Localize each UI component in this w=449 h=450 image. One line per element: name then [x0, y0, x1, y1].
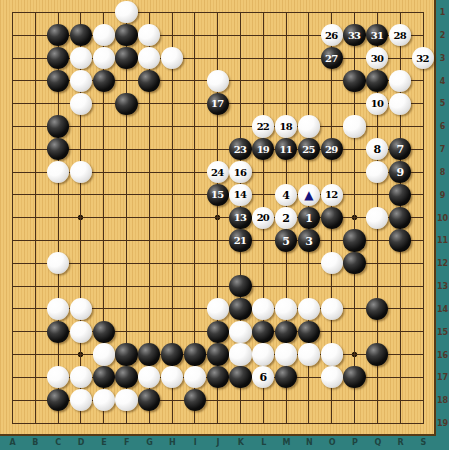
intersection[interactable]: 27 — [320, 47, 343, 70]
intersection[interactable] — [138, 47, 161, 70]
intersection[interactable] — [24, 229, 47, 252]
stone-black[interactable] — [229, 366, 251, 388]
intersection[interactable] — [366, 389, 389, 412]
intersection[interactable] — [69, 275, 92, 298]
intersection[interactable] — [115, 69, 138, 92]
intersection[interactable] — [389, 320, 412, 343]
intersection[interactable] — [138, 161, 161, 184]
intersection[interactable] — [161, 343, 184, 366]
intersection[interactable] — [115, 366, 138, 389]
intersection[interactable] — [184, 47, 207, 70]
intersection[interactable] — [275, 24, 298, 47]
intersection[interactable] — [184, 389, 207, 412]
intersection[interactable] — [412, 69, 435, 92]
intersection[interactable] — [92, 161, 115, 184]
intersection[interactable] — [184, 343, 207, 366]
intersection[interactable] — [252, 389, 275, 412]
intersection[interactable] — [389, 47, 412, 70]
intersection[interactable] — [24, 184, 47, 207]
intersection[interactable] — [389, 389, 412, 412]
intersection[interactable] — [69, 389, 92, 412]
stone-white[interactable] — [389, 70, 411, 92]
intersection[interactable] — [24, 115, 47, 138]
intersection[interactable] — [298, 343, 321, 366]
stone-black[interactable] — [229, 275, 251, 297]
intersection[interactable] — [320, 412, 343, 435]
stone-black[interactable] — [138, 343, 160, 365]
intersection[interactable] — [412, 366, 435, 389]
intersection[interactable] — [275, 252, 298, 275]
intersection[interactable] — [412, 252, 435, 275]
intersection[interactable] — [184, 320, 207, 343]
intersection[interactable] — [298, 366, 321, 389]
stone-black[interactable] — [115, 47, 137, 69]
intersection[interactable] — [252, 412, 275, 435]
stone-black[interactable]: 5 — [275, 229, 297, 251]
intersection[interactable] — [229, 298, 252, 321]
intersection[interactable] — [412, 389, 435, 412]
stone-white[interactable] — [93, 389, 115, 411]
intersection[interactable] — [69, 252, 92, 275]
intersection[interactable] — [47, 366, 70, 389]
intersection[interactable] — [229, 1, 252, 24]
intersection[interactable] — [24, 92, 47, 115]
stone-black[interactable] — [275, 366, 297, 388]
intersection[interactable] — [206, 412, 229, 435]
stone-white[interactable] — [184, 366, 206, 388]
intersection[interactable] — [69, 366, 92, 389]
intersection[interactable] — [47, 412, 70, 435]
intersection[interactable] — [92, 229, 115, 252]
intersection[interactable] — [184, 252, 207, 275]
intersection[interactable] — [412, 320, 435, 343]
intersection[interactable] — [206, 206, 229, 229]
stone-white[interactable] — [298, 115, 320, 137]
intersection[interactable] — [1, 69, 24, 92]
intersection[interactable] — [138, 138, 161, 161]
intersection[interactable] — [206, 343, 229, 366]
intersection[interactable] — [343, 389, 366, 412]
intersection[interactable]: 25 — [298, 138, 321, 161]
intersection[interactable] — [184, 24, 207, 47]
intersection[interactable]: 7 — [389, 138, 412, 161]
stone-black[interactable]: 15 — [207, 184, 229, 206]
intersection[interactable] — [275, 1, 298, 24]
stone-black[interactable]: 9 — [389, 161, 411, 183]
intersection[interactable] — [320, 298, 343, 321]
intersection[interactable] — [229, 92, 252, 115]
intersection[interactable] — [343, 343, 366, 366]
intersection[interactable] — [320, 115, 343, 138]
intersection[interactable] — [92, 298, 115, 321]
stone-white[interactable] — [47, 161, 69, 183]
intersection[interactable] — [69, 92, 92, 115]
intersection[interactable] — [1, 389, 24, 412]
intersection[interactable]: 2 — [275, 206, 298, 229]
stone-white[interactable] — [161, 47, 183, 69]
intersection[interactable] — [412, 115, 435, 138]
intersection[interactable] — [24, 252, 47, 275]
intersection[interactable] — [24, 138, 47, 161]
intersection[interactable] — [161, 252, 184, 275]
intersection[interactable] — [298, 47, 321, 70]
intersection[interactable] — [412, 24, 435, 47]
intersection[interactable] — [389, 412, 412, 435]
intersection[interactable]: 22 — [252, 115, 275, 138]
intersection[interactable] — [343, 412, 366, 435]
intersection[interactable] — [366, 412, 389, 435]
intersection[interactable] — [161, 412, 184, 435]
intersection[interactable] — [115, 24, 138, 47]
intersection[interactable] — [389, 252, 412, 275]
intersection[interactable] — [320, 275, 343, 298]
intersection[interactable] — [161, 161, 184, 184]
intersection[interactable] — [366, 184, 389, 207]
intersection[interactable] — [1, 161, 24, 184]
intersection[interactable] — [366, 343, 389, 366]
intersection[interactable] — [298, 320, 321, 343]
stone-white[interactable] — [138, 47, 160, 69]
stone-black[interactable]: 33 — [343, 24, 365, 46]
intersection[interactable] — [138, 389, 161, 412]
intersection[interactable] — [69, 412, 92, 435]
intersection[interactable]: 32 — [412, 47, 435, 70]
intersection[interactable] — [115, 389, 138, 412]
stone-black[interactable] — [93, 321, 115, 343]
intersection[interactable] — [298, 298, 321, 321]
intersection[interactable] — [138, 366, 161, 389]
intersection[interactable] — [366, 69, 389, 92]
intersection[interactable] — [161, 366, 184, 389]
intersection[interactable] — [206, 298, 229, 321]
intersection[interactable] — [343, 161, 366, 184]
intersection[interactable] — [206, 320, 229, 343]
intersection[interactable] — [343, 47, 366, 70]
intersection[interactable] — [138, 275, 161, 298]
intersection[interactable]: 4 — [275, 184, 298, 207]
intersection[interactable] — [161, 115, 184, 138]
stone-white[interactable] — [207, 70, 229, 92]
intersection[interactable] — [138, 92, 161, 115]
stone-black[interactable] — [47, 389, 69, 411]
intersection[interactable] — [275, 389, 298, 412]
intersection[interactable] — [47, 115, 70, 138]
intersection[interactable] — [298, 389, 321, 412]
stone-white[interactable] — [70, 161, 92, 183]
intersection[interactable]: 29 — [320, 138, 343, 161]
intersection[interactable] — [366, 1, 389, 24]
intersection[interactable]: 24 — [206, 161, 229, 184]
intersection[interactable] — [343, 229, 366, 252]
intersection[interactable]: 30 — [366, 47, 389, 70]
stone-white[interactable] — [389, 93, 411, 115]
intersection[interactable] — [115, 412, 138, 435]
intersection[interactable] — [252, 184, 275, 207]
intersection[interactable] — [412, 343, 435, 366]
intersection[interactable] — [1, 92, 24, 115]
intersection[interactable] — [206, 115, 229, 138]
stone-white[interactable] — [70, 93, 92, 115]
intersection[interactable] — [184, 92, 207, 115]
intersection[interactable]: 28 — [389, 24, 412, 47]
intersection[interactable] — [92, 69, 115, 92]
stone-black[interactable]: 19 — [252, 138, 274, 160]
intersection[interactable] — [252, 1, 275, 24]
intersection[interactable] — [298, 412, 321, 435]
intersection[interactable] — [275, 47, 298, 70]
stone-white[interactable] — [138, 24, 160, 46]
intersection[interactable]: 11 — [275, 138, 298, 161]
stone-white[interactable]: 12 — [321, 184, 343, 206]
stone-black[interactable]: 25 — [298, 138, 320, 160]
stone-black[interactable] — [229, 298, 251, 320]
intersection[interactable] — [275, 343, 298, 366]
intersection[interactable]: 16 — [229, 161, 252, 184]
stone-black[interactable] — [343, 229, 365, 251]
intersection[interactable] — [47, 389, 70, 412]
intersection[interactable] — [343, 92, 366, 115]
stone-black[interactable]: 21 — [229, 229, 251, 251]
intersection[interactable] — [366, 366, 389, 389]
intersection[interactable] — [47, 69, 70, 92]
intersection[interactable] — [184, 1, 207, 24]
intersection[interactable]: 19 — [252, 138, 275, 161]
intersection[interactable] — [92, 138, 115, 161]
intersection[interactable] — [298, 115, 321, 138]
stone-black[interactable] — [252, 321, 274, 343]
stone-white[interactable] — [115, 1, 137, 23]
stone-white[interactable]: ▲ — [298, 184, 320, 206]
intersection[interactable] — [24, 69, 47, 92]
intersection[interactable] — [47, 206, 70, 229]
intersection[interactable] — [161, 138, 184, 161]
intersection[interactable] — [92, 389, 115, 412]
intersection[interactable] — [69, 184, 92, 207]
intersection[interactable] — [229, 412, 252, 435]
stone-black[interactable] — [184, 389, 206, 411]
stone-black[interactable]: 23 — [229, 138, 251, 160]
intersection[interactable] — [320, 343, 343, 366]
stone-black[interactable]: 11 — [275, 138, 297, 160]
stone-black[interactable] — [138, 70, 160, 92]
intersection[interactable] — [69, 138, 92, 161]
intersection[interactable] — [366, 161, 389, 184]
intersection[interactable] — [229, 389, 252, 412]
intersection[interactable] — [298, 252, 321, 275]
stone-black[interactable] — [343, 252, 365, 274]
intersection[interactable]: 10 — [366, 92, 389, 115]
intersection[interactable] — [366, 320, 389, 343]
intersection[interactable] — [366, 206, 389, 229]
intersection[interactable] — [206, 1, 229, 24]
intersection[interactable] — [115, 275, 138, 298]
stone-black[interactable]: 29 — [321, 138, 343, 160]
intersection[interactable] — [206, 275, 229, 298]
intersection[interactable] — [389, 69, 412, 92]
stone-black[interactable] — [93, 70, 115, 92]
intersection[interactable] — [1, 275, 24, 298]
intersection[interactable] — [161, 47, 184, 70]
stone-white[interactable] — [275, 343, 297, 365]
intersection[interactable] — [115, 320, 138, 343]
stone-white[interactable] — [366, 161, 388, 183]
intersection[interactable] — [389, 206, 412, 229]
intersection[interactable] — [412, 275, 435, 298]
intersection[interactable] — [47, 161, 70, 184]
intersection[interactable] — [1, 366, 24, 389]
intersection[interactable] — [1, 47, 24, 70]
intersection[interactable] — [24, 298, 47, 321]
stone-white[interactable]: 30 — [366, 47, 388, 69]
intersection[interactable] — [412, 1, 435, 24]
stone-black[interactable] — [343, 366, 365, 388]
intersection[interactable] — [343, 138, 366, 161]
intersection[interactable] — [389, 1, 412, 24]
stone-white[interactable]: 32 — [412, 47, 434, 69]
intersection[interactable] — [138, 343, 161, 366]
intersection[interactable] — [115, 252, 138, 275]
intersection[interactable] — [92, 206, 115, 229]
stone-black[interactable] — [115, 343, 137, 365]
intersection[interactable]: 8 — [366, 138, 389, 161]
intersection[interactable] — [320, 92, 343, 115]
intersection[interactable] — [298, 275, 321, 298]
intersection[interactable] — [138, 184, 161, 207]
intersection[interactable] — [1, 320, 24, 343]
stone-white[interactable] — [93, 343, 115, 365]
intersection[interactable] — [161, 69, 184, 92]
stone-black[interactable] — [184, 343, 206, 365]
intersection[interactable] — [69, 229, 92, 252]
intersection[interactable] — [69, 115, 92, 138]
intersection[interactable] — [206, 229, 229, 252]
intersection[interactable] — [252, 298, 275, 321]
intersection[interactable] — [69, 24, 92, 47]
intersection[interactable] — [206, 69, 229, 92]
intersection[interactable] — [229, 275, 252, 298]
intersection[interactable] — [343, 366, 366, 389]
stone-white[interactable] — [321, 252, 343, 274]
intersection[interactable] — [389, 229, 412, 252]
intersection[interactable] — [138, 298, 161, 321]
intersection[interactable] — [343, 206, 366, 229]
intersection[interactable] — [343, 115, 366, 138]
intersection[interactable] — [366, 115, 389, 138]
intersection[interactable]: 26 — [320, 24, 343, 47]
stone-white[interactable]: 18 — [275, 115, 297, 137]
intersection[interactable] — [389, 343, 412, 366]
intersection[interactable] — [161, 1, 184, 24]
stone-black[interactable]: 13 — [229, 207, 251, 229]
stone-black[interactable] — [47, 321, 69, 343]
intersection[interactable] — [229, 366, 252, 389]
intersection[interactable] — [24, 389, 47, 412]
intersection[interactable] — [1, 184, 24, 207]
intersection[interactable]: 33 — [343, 24, 366, 47]
stone-white[interactable] — [321, 366, 343, 388]
intersection[interactable] — [92, 412, 115, 435]
stone-black[interactable] — [93, 366, 115, 388]
stone-black[interactable] — [389, 207, 411, 229]
intersection[interactable] — [69, 161, 92, 184]
intersection[interactable] — [229, 252, 252, 275]
intersection[interactable]: 21 — [229, 229, 252, 252]
stone-white[interactable]: 24 — [207, 161, 229, 183]
stone-white[interactable] — [115, 389, 137, 411]
intersection[interactable]: 13 — [229, 206, 252, 229]
intersection[interactable] — [389, 298, 412, 321]
stone-black[interactable] — [389, 184, 411, 206]
intersection[interactable] — [69, 69, 92, 92]
intersection[interactable] — [412, 412, 435, 435]
stone-black[interactable] — [207, 343, 229, 365]
intersection[interactable] — [229, 24, 252, 47]
intersection[interactable] — [184, 412, 207, 435]
stone-black[interactable] — [298, 321, 320, 343]
stone-black[interactable] — [47, 138, 69, 160]
intersection[interactable] — [275, 320, 298, 343]
intersection[interactable] — [24, 1, 47, 24]
stone-white[interactable] — [70, 389, 92, 411]
intersection[interactable] — [184, 184, 207, 207]
intersection[interactable] — [206, 389, 229, 412]
stone-white[interactable] — [70, 321, 92, 343]
intersection[interactable] — [47, 1, 70, 24]
stone-white[interactable] — [93, 47, 115, 69]
intersection[interactable] — [92, 366, 115, 389]
stone-black[interactable]: 27 — [321, 47, 343, 69]
intersection[interactable] — [161, 184, 184, 207]
intersection[interactable] — [47, 184, 70, 207]
stone-black[interactable] — [47, 115, 69, 137]
stone-black[interactable]: 17 — [207, 93, 229, 115]
intersection[interactable] — [366, 229, 389, 252]
intersection[interactable] — [47, 298, 70, 321]
intersection[interactable] — [184, 298, 207, 321]
intersection[interactable] — [206, 24, 229, 47]
intersection[interactable] — [184, 161, 207, 184]
stone-white[interactable] — [47, 366, 69, 388]
intersection[interactable] — [115, 115, 138, 138]
intersection[interactable] — [252, 229, 275, 252]
intersection[interactable]: 20 — [252, 206, 275, 229]
stone-black[interactable] — [366, 343, 388, 365]
intersection[interactable] — [138, 412, 161, 435]
intersection[interactable] — [320, 206, 343, 229]
intersection[interactable] — [366, 298, 389, 321]
stone-white[interactable]: 2 — [275, 207, 297, 229]
intersection[interactable] — [1, 229, 24, 252]
intersection[interactable]: 17 — [206, 92, 229, 115]
stone-white[interactable]: 6 — [252, 366, 274, 388]
intersection[interactable] — [343, 252, 366, 275]
intersection[interactable] — [24, 24, 47, 47]
stone-black[interactable] — [161, 343, 183, 365]
intersection[interactable]: 5 — [275, 229, 298, 252]
stone-black[interactable] — [47, 70, 69, 92]
stone-white[interactable] — [70, 366, 92, 388]
intersection[interactable] — [69, 206, 92, 229]
stone-black[interactable] — [366, 298, 388, 320]
intersection[interactable] — [161, 298, 184, 321]
intersection[interactable] — [252, 47, 275, 70]
stone-white[interactable] — [321, 298, 343, 320]
intersection[interactable] — [92, 184, 115, 207]
stone-white[interactable] — [298, 343, 320, 365]
intersection[interactable] — [252, 343, 275, 366]
go-board[interactable]: 2633312827303217102218231911252987241691… — [0, 0, 436, 436]
intersection[interactable] — [389, 184, 412, 207]
